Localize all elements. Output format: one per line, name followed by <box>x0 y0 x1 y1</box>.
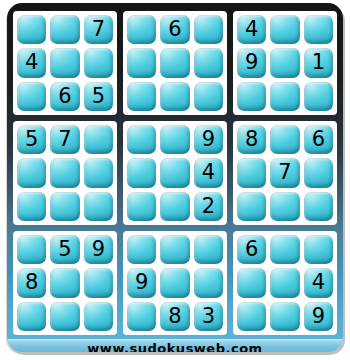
cell-r9c5[interactable]: 8 <box>160 302 189 331</box>
box-r2c2: 942 <box>123 121 227 225</box>
cell-r6c6[interactable]: 2 <box>194 192 223 221</box>
cell-r3c7[interactable] <box>237 82 266 111</box>
cell-r6c5[interactable] <box>160 192 189 221</box>
cell-r7c8[interactable] <box>270 235 299 264</box>
cell-r2c7[interactable]: 9 <box>237 48 266 77</box>
sudoku-board: 7465649157942867598983649 <box>7 3 343 335</box>
cell-r4c7[interactable]: 8 <box>237 125 266 154</box>
board-frame: 7465649157942867598983649 www.sudokusweb… <box>7 3 343 352</box>
cell-r2c3[interactable] <box>84 48 113 77</box>
cell-r5c9[interactable] <box>304 158 333 187</box>
cell-r6c7[interactable] <box>237 192 266 221</box>
cell-r3c3[interactable]: 5 <box>84 82 113 111</box>
sudoku-page: 7465649157942867598983649 www.sudokusweb… <box>0 0 350 360</box>
cell-r5c1[interactable] <box>17 158 46 187</box>
cell-r1c3[interactable]: 7 <box>84 15 113 44</box>
cell-r2c4[interactable] <box>127 48 156 77</box>
cell-r4c5[interactable] <box>160 125 189 154</box>
cell-r1c5[interactable]: 6 <box>160 15 189 44</box>
cell-r3c9[interactable] <box>304 82 333 111</box>
cell-r8c1[interactable]: 8 <box>17 268 46 297</box>
cell-r1c4[interactable] <box>127 15 156 44</box>
cell-r9c7[interactable] <box>237 302 266 331</box>
cell-r5c6[interactable]: 4 <box>194 158 223 187</box>
cell-r8c9[interactable]: 4 <box>304 268 333 297</box>
box-r2c1: 57 <box>13 121 117 225</box>
cell-r8c4[interactable]: 9 <box>127 268 156 297</box>
cell-r5c3[interactable] <box>84 158 113 187</box>
cell-r8c3[interactable] <box>84 268 113 297</box>
cell-r1c7[interactable]: 4 <box>237 15 266 44</box>
cell-r4c9[interactable]: 6 <box>304 125 333 154</box>
box-r1c2: 6 <box>123 11 227 115</box>
cell-r7c3[interactable]: 9 <box>84 235 113 264</box>
cell-r1c9[interactable] <box>304 15 333 44</box>
cell-r2c5[interactable] <box>160 48 189 77</box>
cell-r9c3[interactable] <box>84 302 113 331</box>
cell-r5c4[interactable] <box>127 158 156 187</box>
cell-r6c9[interactable] <box>304 192 333 221</box>
cell-r1c2[interactable] <box>50 15 79 44</box>
cell-r9c8[interactable] <box>270 302 299 331</box>
cell-r1c8[interactable] <box>270 15 299 44</box>
site-url-text: www.sudokusweb.com <box>87 341 262 352</box>
cell-r4c8[interactable] <box>270 125 299 154</box>
box-r1c3: 491 <box>233 11 337 115</box>
cell-r5c8[interactable]: 7 <box>270 158 299 187</box>
cell-r1c6[interactable] <box>194 15 223 44</box>
cell-r7c2[interactable]: 5 <box>50 235 79 264</box>
cell-r8c7[interactable] <box>237 268 266 297</box>
cell-r2c1[interactable]: 4 <box>17 48 46 77</box>
cell-r2c8[interactable] <box>270 48 299 77</box>
cell-r5c5[interactable] <box>160 158 189 187</box>
cell-r7c9[interactable] <box>304 235 333 264</box>
cell-r4c1[interactable]: 5 <box>17 125 46 154</box>
box-r1c1: 7465 <box>13 11 117 115</box>
cell-r2c9[interactable]: 1 <box>304 48 333 77</box>
cell-r3c2[interactable]: 6 <box>50 82 79 111</box>
cell-r6c3[interactable] <box>84 192 113 221</box>
cell-r3c8[interactable] <box>270 82 299 111</box>
cell-r9c1[interactable] <box>17 302 46 331</box>
cell-r4c6[interactable]: 9 <box>194 125 223 154</box>
cell-r3c5[interactable] <box>160 82 189 111</box>
cell-r5c2[interactable] <box>50 158 79 187</box>
box-r3c1: 598 <box>13 231 117 335</box>
cell-r7c4[interactable] <box>127 235 156 264</box>
box-r2c3: 867 <box>233 121 337 225</box>
cell-r6c2[interactable] <box>50 192 79 221</box>
cell-r2c2[interactable] <box>50 48 79 77</box>
cell-r8c2[interactable] <box>50 268 79 297</box>
cell-r6c4[interactable] <box>127 192 156 221</box>
box-r3c3: 649 <box>233 231 337 335</box>
cell-r6c1[interactable] <box>17 192 46 221</box>
cell-r3c4[interactable] <box>127 82 156 111</box>
cell-r6c8[interactable] <box>270 192 299 221</box>
cell-r7c1[interactable] <box>17 235 46 264</box>
cell-r3c1[interactable] <box>17 82 46 111</box>
cell-r4c4[interactable] <box>127 125 156 154</box>
cell-r9c9[interactable]: 9 <box>304 302 333 331</box>
cell-r8c6[interactable] <box>194 268 223 297</box>
cell-r7c7[interactable]: 6 <box>237 235 266 264</box>
footer-bar: www.sudokusweb.com <box>7 339 343 352</box>
cell-r2c6[interactable] <box>194 48 223 77</box>
cell-r8c8[interactable] <box>270 268 299 297</box>
cell-r3c6[interactable] <box>194 82 223 111</box>
cell-r1c1[interactable] <box>17 15 46 44</box>
cell-r9c4[interactable] <box>127 302 156 331</box>
cell-r8c5[interactable] <box>160 268 189 297</box>
cell-r9c2[interactable] <box>50 302 79 331</box>
cell-r7c6[interactable] <box>194 235 223 264</box>
cell-r7c5[interactable] <box>160 235 189 264</box>
cell-r4c3[interactable] <box>84 125 113 154</box>
box-r3c2: 983 <box>123 231 227 335</box>
cell-r4c2[interactable]: 7 <box>50 125 79 154</box>
cell-r9c6[interactable]: 3 <box>194 302 223 331</box>
cell-r5c7[interactable] <box>237 158 266 187</box>
